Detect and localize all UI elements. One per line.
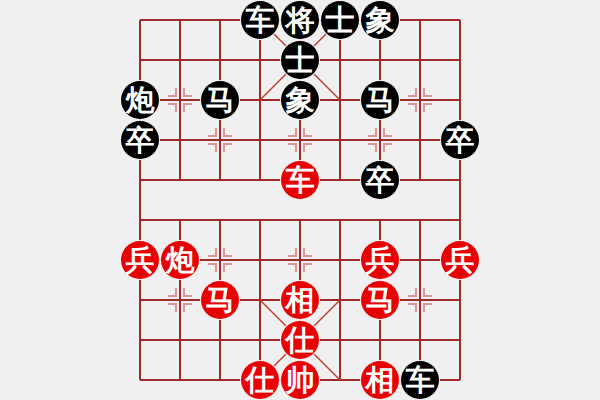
piece-black-pawn[interactable]: 卒 (121, 121, 159, 159)
piece-black-pawn[interactable]: 卒 (441, 121, 479, 159)
piece-red-advisor[interactable]: 仕 (281, 321, 319, 359)
piece-red-advisor[interactable]: 仕 (241, 361, 279, 399)
piece-black-chariot[interactable]: 车 (401, 361, 439, 399)
piece-red-elephant[interactable]: 相 (281, 281, 319, 319)
piece-red-chariot[interactable]: 车 (281, 161, 319, 199)
piece-black-general[interactable]: 将 (281, 1, 319, 39)
piece-black-horse[interactable]: 马 (201, 81, 239, 119)
piece-black-pawn[interactable]: 卒 (361, 161, 399, 199)
piece-red-horse[interactable]: 马 (361, 281, 399, 319)
piece-black-cannon[interactable]: 炮 (121, 81, 159, 119)
piece-black-advisor[interactable]: 士 (281, 41, 319, 79)
piece-black-horse[interactable]: 马 (361, 81, 399, 119)
piece-red-elephant[interactable]: 相 (361, 361, 399, 399)
pieces-layer: 车将士象士炮马象马卒卒卒车车兵炮兵兵马相马仕仕帅相 (0, 0, 600, 400)
piece-black-advisor[interactable]: 士 (321, 1, 359, 39)
piece-red-pawn[interactable]: 兵 (361, 241, 399, 279)
piece-red-king[interactable]: 帅 (281, 361, 319, 399)
piece-black-elephant[interactable]: 象 (361, 1, 399, 39)
xiangqi-board-screen: 车将士象士炮马象马卒卒卒车车兵炮兵兵马相马仕仕帅相 (0, 0, 600, 400)
piece-red-pawn[interactable]: 兵 (441, 241, 479, 279)
piece-black-chariot[interactable]: 车 (241, 1, 279, 39)
piece-red-cannon[interactable]: 炮 (161, 241, 199, 279)
piece-red-pawn[interactable]: 兵 (121, 241, 159, 279)
piece-black-elephant[interactable]: 象 (281, 81, 319, 119)
piece-red-horse[interactable]: 马 (201, 281, 239, 319)
